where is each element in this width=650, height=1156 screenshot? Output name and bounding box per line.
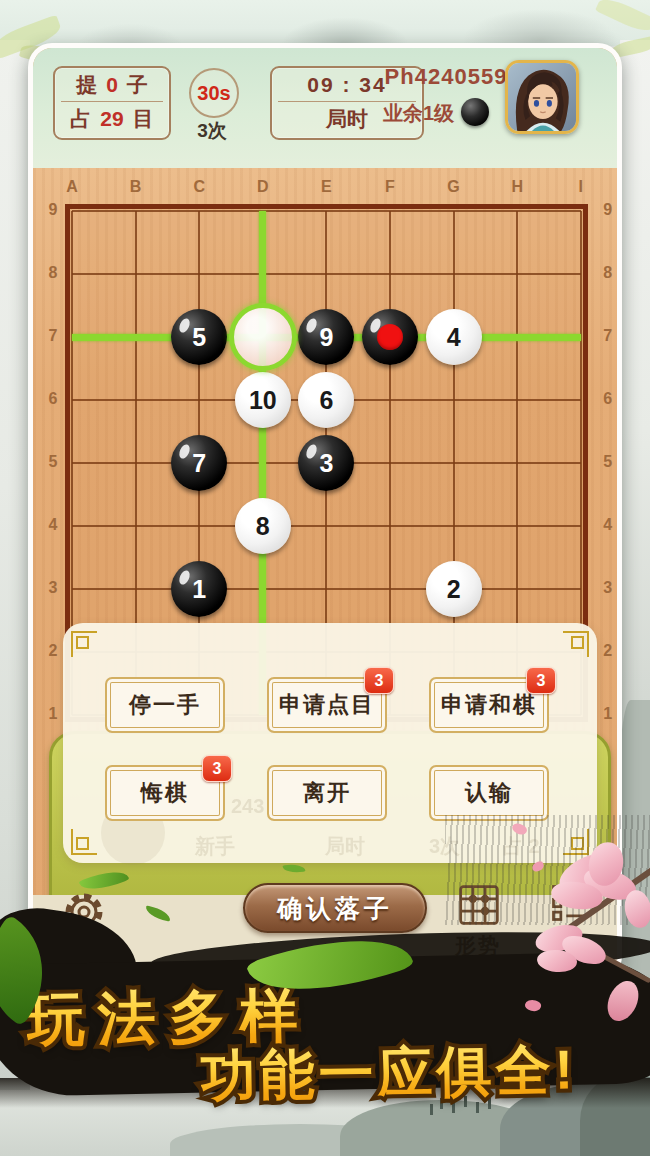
stone-D6: 10 (235, 372, 291, 428)
coord-label-row-left: 7 (40, 327, 66, 345)
ink-wash-sky (0, 0, 650, 46)
territory-prefix: 占 (70, 105, 91, 133)
coord-label-row-right: 6 (595, 390, 621, 408)
move-number: 5 (192, 325, 206, 350)
captures-value: 0 (106, 73, 118, 97)
player-stone-color-indicator (461, 98, 489, 126)
coord-label-col: G (441, 178, 467, 196)
pending-stone-D7[interactable] (229, 303, 297, 371)
captures-row: 提 0 子 (55, 68, 169, 101)
notification-badge: 3 (202, 755, 232, 782)
coord-label-row-right: 7 (595, 327, 621, 345)
stone-D4: 8 (235, 498, 291, 554)
coord-label-row-right: 2 (595, 642, 621, 660)
coord-label-col: I (568, 178, 594, 196)
stone-F7 (362, 309, 418, 365)
avatar[interactable] (505, 60, 579, 134)
coord-label-col: A (59, 178, 85, 196)
coord-label-col: B (123, 178, 149, 196)
grid-line-h (72, 588, 581, 590)
stone-C7: 5 (171, 309, 227, 365)
move-number: 4 (447, 325, 461, 350)
button-label: 离开 (303, 778, 351, 808)
gold-corner-ornament (563, 627, 593, 657)
last-move-marker (377, 324, 403, 350)
notification-badge: 3 (364, 667, 394, 694)
coord-label-row-left: 3 (40, 579, 66, 597)
coord-label-row-left: 6 (40, 390, 66, 408)
leave-button[interactable]: 离开 (267, 765, 387, 821)
gold-corner-ornament (67, 627, 97, 657)
pass-button[interactable]: 停一手 (105, 677, 225, 733)
stone-highlight (305, 443, 319, 460)
resign-button[interactable]: 认输 (429, 765, 549, 821)
stone-E7: 9 (298, 309, 354, 365)
coord-label-row-right: 5 (595, 453, 621, 471)
coord-label-col: F (377, 178, 403, 196)
coord-label-row-right: 4 (595, 516, 621, 534)
stone-highlight (432, 569, 446, 586)
move-number: 6 (319, 388, 333, 413)
stone-G7: 4 (426, 309, 482, 365)
coord-label-row-left: 4 (40, 516, 66, 534)
coord-label-row-right: 9 (595, 201, 621, 219)
byoyomi-timer: 30s (189, 68, 239, 118)
stone-highlight (177, 443, 191, 460)
move-number: 7 (192, 451, 206, 476)
player-name-wrap: Ph4240559 (381, 64, 511, 90)
coord-label-col: C (186, 178, 212, 196)
button-label: 停一手 (129, 690, 201, 720)
confirm-move-label: 确认落子 (277, 892, 393, 925)
coord-label-col: D (250, 178, 276, 196)
stone-E5: 3 (298, 435, 354, 491)
move-number: 3 (319, 451, 333, 476)
underlay-name: 243 (231, 795, 264, 818)
button-label: 认输 (465, 778, 513, 808)
move-number: 2 (447, 577, 461, 602)
button-label: 悔棋 (141, 778, 189, 808)
main-time-label: 局时 (326, 105, 368, 133)
stone-highlight (305, 317, 319, 334)
request-draw-button[interactable]: 申请和棋3 (429, 677, 549, 733)
coord-label-row-left: 8 (40, 264, 66, 282)
request-count-button[interactable]: 申请点目3 (267, 677, 387, 733)
banner-line-2-text: 功能一应俱全! (200, 1033, 578, 1114)
stone-highlight (177, 317, 191, 334)
byoyomi-time: 30s (197, 82, 230, 105)
stone-E6: 6 (298, 372, 354, 428)
coord-label-row-right: 1 (595, 705, 621, 723)
move-number: 1 (192, 577, 206, 602)
byoyomi-periods: 3次 (197, 120, 227, 141)
gold-corner-ornament (67, 829, 97, 859)
territory-row: 占 29 目 (55, 102, 169, 135)
stone-highlight (241, 506, 255, 523)
coord-label-row-left: 9 (40, 201, 66, 219)
coord-label-col: E (313, 178, 339, 196)
move-number: 8 (256, 514, 270, 539)
territory-suffix: 目 (133, 105, 154, 133)
button-label: 申请和棋 (441, 690, 537, 720)
grid-line-h (72, 525, 581, 527)
button-label: 申请点目 (279, 690, 375, 720)
coord-label-col: H (504, 178, 530, 196)
player-name: Ph4240559 (385, 64, 508, 89)
coord-label-row-right: 8 (595, 264, 621, 282)
byoyomi-periods-wrap: 3次 (189, 118, 235, 144)
stone-C3: 1 (171, 561, 227, 617)
coord-label-row-right: 3 (595, 579, 621, 597)
avatar-illustration (508, 63, 576, 131)
captures-suffix: 子 (127, 71, 148, 99)
stone-highlight (432, 317, 446, 334)
territory-value: 29 (100, 107, 123, 131)
stone-highlight (305, 380, 319, 397)
move-number: 9 (319, 325, 333, 350)
main-time-value: 09 : 34 (307, 73, 386, 97)
move-number: 10 (249, 388, 277, 413)
top-info-bar: 提 0 子 占 29 目 30s 3次 09 : 34 局时 Ph4240559 (33, 48, 617, 168)
coord-label-row-left: 5 (40, 453, 66, 471)
capture-territory-box: 提 0 子 占 29 目 (53, 66, 171, 140)
stone-highlight (177, 569, 191, 586)
stone-C5: 7 (171, 435, 227, 491)
stone-G3: 2 (426, 561, 482, 617)
player-rank: 业余1级 (383, 102, 454, 124)
confirm-move-button[interactable]: 确认落子 (243, 883, 427, 933)
notification-badge: 3 (526, 667, 556, 694)
undo-button[interactable]: 悔棋3 (105, 765, 225, 821)
player-rank-wrap: 业余1级 (383, 100, 454, 127)
underlay-time-label: 局时 (325, 833, 365, 860)
captures-prefix: 提 (76, 71, 97, 99)
underlay-rank: 新手 (195, 833, 235, 860)
